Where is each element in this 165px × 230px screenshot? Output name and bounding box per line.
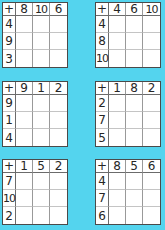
row-header-cell: 4 <box>96 16 109 33</box>
answer-cell[interactable] <box>16 95 33 112</box>
answer-cell[interactable] <box>50 95 67 112</box>
col-header-cell: 6 <box>143 160 160 173</box>
row-header-cell: 4 <box>96 173 109 190</box>
answer-cell[interactable] <box>143 173 160 190</box>
answer-cell[interactable] <box>16 207 33 224</box>
answer-cell[interactable] <box>143 207 160 224</box>
answer-cell[interactable] <box>143 16 160 33</box>
answer-cell[interactable] <box>143 95 160 112</box>
answer-cell[interactable] <box>16 129 33 146</box>
operator-plus-cell: + <box>3 82 16 95</box>
addition-grid-bottom-right: +856476 <box>95 159 161 225</box>
row-header-cell: 2 <box>96 95 109 112</box>
answer-cell[interactable] <box>16 173 33 190</box>
answer-cell[interactable] <box>33 112 50 129</box>
answer-cell[interactable] <box>16 112 33 129</box>
operator-plus-cell: + <box>96 82 109 95</box>
answer-cell[interactable] <box>109 33 126 50</box>
answer-cell[interactable] <box>33 129 50 146</box>
answer-cell[interactable] <box>143 190 160 207</box>
answer-cell[interactable] <box>109 207 126 224</box>
col-header-cell: 2 <box>143 82 160 95</box>
answer-cell[interactable] <box>109 173 126 190</box>
answer-cell[interactable] <box>143 129 160 146</box>
addition-grid-middle-right: +182275 <box>95 81 161 147</box>
answer-cell[interactable] <box>16 190 33 207</box>
col-header-cell: 9 <box>16 82 33 95</box>
answer-cell[interactable] <box>50 190 67 207</box>
operator-plus-cell: + <box>96 160 109 173</box>
col-header-cell: 1 <box>16 160 33 173</box>
row-header-cell: 3 <box>3 50 16 67</box>
answer-cell[interactable] <box>126 50 143 67</box>
addition-grid-bottom-left: +1527102 <box>2 159 68 225</box>
row-header-cell: 2 <box>3 207 16 224</box>
row-header-cell: 9 <box>3 95 16 112</box>
answer-cell[interactable] <box>50 129 67 146</box>
row-header-cell: 9 <box>3 33 16 50</box>
col-header-cell: 8 <box>16 3 33 16</box>
answer-cell[interactable] <box>109 95 126 112</box>
answer-cell[interactable] <box>126 190 143 207</box>
row-header-cell: 4 <box>3 129 16 146</box>
operator-plus-cell: + <box>3 160 16 173</box>
answer-cell[interactable] <box>126 173 143 190</box>
row-header-cell: 6 <box>96 207 109 224</box>
addition-grid-top-right: +46104810 <box>95 2 161 68</box>
addition-grid-top-left: +8106493 <box>2 2 68 68</box>
col-header-cell: 6 <box>126 3 143 16</box>
answer-cell[interactable] <box>50 16 67 33</box>
row-header-cell: 5 <box>96 129 109 146</box>
answer-cell[interactable] <box>50 50 67 67</box>
answer-cell[interactable] <box>109 50 126 67</box>
answer-cell[interactable] <box>109 112 126 129</box>
col-header-cell: 1 <box>109 82 126 95</box>
answer-cell[interactable] <box>33 50 50 67</box>
answer-cell[interactable] <box>33 95 50 112</box>
answer-cell[interactable] <box>50 112 67 129</box>
answer-cell[interactable] <box>126 129 143 146</box>
answer-cell[interactable] <box>143 50 160 67</box>
col-header-cell: 2 <box>50 160 67 173</box>
answer-cell[interactable] <box>126 33 143 50</box>
operator-plus-cell: + <box>3 3 16 16</box>
row-header-cell: 10 <box>3 190 16 207</box>
col-header-cell: 8 <box>109 160 126 173</box>
col-header-cell: 10 <box>143 3 160 16</box>
answer-cell[interactable] <box>33 33 50 50</box>
answer-cell[interactable] <box>16 50 33 67</box>
col-header-cell: 6 <box>50 3 67 16</box>
answer-cell[interactable] <box>126 16 143 33</box>
answer-cell[interactable] <box>50 207 67 224</box>
answer-cell[interactable] <box>126 112 143 129</box>
answer-cell[interactable] <box>16 16 33 33</box>
col-header-cell: 4 <box>109 3 126 16</box>
answer-cell[interactable] <box>109 129 126 146</box>
row-header-cell: 1 <box>3 112 16 129</box>
answer-cell[interactable] <box>109 16 126 33</box>
answer-cell[interactable] <box>33 207 50 224</box>
row-header-cell: 8 <box>96 33 109 50</box>
answer-cell[interactable] <box>109 190 126 207</box>
col-header-cell: 5 <box>33 160 50 173</box>
col-header-cell: 5 <box>126 160 143 173</box>
answer-cell[interactable] <box>50 33 67 50</box>
col-header-cell: 1 <box>33 82 50 95</box>
row-header-cell: 7 <box>96 112 109 129</box>
col-header-cell: 10 <box>33 3 50 16</box>
worksheet-page: +8106493 +46104810 +912914 +182275 +1527… <box>0 0 165 230</box>
answer-cell[interactable] <box>126 207 143 224</box>
row-header-cell: 10 <box>96 50 109 67</box>
answer-cell[interactable] <box>33 173 50 190</box>
row-header-cell: 4 <box>3 16 16 33</box>
answer-cell[interactable] <box>33 16 50 33</box>
row-header-cell: 7 <box>96 190 109 207</box>
answer-cell[interactable] <box>143 33 160 50</box>
answer-cell[interactable] <box>50 173 67 190</box>
answer-cell[interactable] <box>16 33 33 50</box>
col-header-cell: 2 <box>50 82 67 95</box>
operator-plus-cell: + <box>96 3 109 16</box>
answer-cell[interactable] <box>143 112 160 129</box>
answer-cell[interactable] <box>33 190 50 207</box>
col-header-cell: 8 <box>126 82 143 95</box>
addition-grid-middle-left: +912914 <box>2 81 68 147</box>
row-header-cell: 7 <box>3 173 16 190</box>
answer-cell[interactable] <box>126 95 143 112</box>
